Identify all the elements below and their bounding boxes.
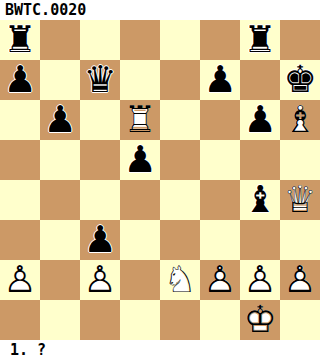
square-a2[interactable]: ♟♙: [0, 260, 40, 300]
square-c7[interactable]: ♛: [80, 60, 120, 100]
square-c2[interactable]: ♟♙: [80, 260, 120, 300]
square-a8[interactable]: ♜: [0, 20, 40, 60]
square-c5[interactable]: [80, 140, 120, 180]
square-d7[interactable]: [120, 60, 160, 100]
square-c4[interactable]: [80, 180, 120, 220]
square-f2[interactable]: ♟♙: [200, 260, 240, 300]
square-e1[interactable]: [160, 300, 200, 340]
square-f8[interactable]: [200, 20, 240, 60]
square-h6[interactable]: ♝♗: [280, 100, 320, 140]
square-f5[interactable]: [200, 140, 240, 180]
black-pawn-icon[interactable]: ♟: [240, 100, 280, 140]
square-f7[interactable]: ♟: [200, 60, 240, 100]
square-b1[interactable]: [40, 300, 80, 340]
square-h1[interactable]: [280, 300, 320, 340]
square-d2[interactable]: [120, 260, 160, 300]
white-pawn-icon[interactable]: ♟♙: [0, 260, 40, 300]
square-b2[interactable]: [40, 260, 80, 300]
square-g8[interactable]: ♜: [240, 20, 280, 60]
square-b7[interactable]: [40, 60, 80, 100]
white-rook-icon[interactable]: ♜♖: [120, 100, 160, 140]
square-h7[interactable]: ♚: [280, 60, 320, 100]
square-b3[interactable]: [40, 220, 80, 260]
white-queen-icon[interactable]: ♛♕: [280, 180, 320, 220]
black-queen-icon[interactable]: ♛: [80, 60, 120, 100]
square-d3[interactable]: [120, 220, 160, 260]
black-rook-icon[interactable]: ♜: [0, 20, 40, 60]
square-e3[interactable]: [160, 220, 200, 260]
white-king-icon[interactable]: ♚♔: [240, 300, 280, 340]
white-pawn-icon[interactable]: ♟♙: [80, 260, 120, 300]
square-c1[interactable]: [80, 300, 120, 340]
square-e8[interactable]: [160, 20, 200, 60]
diagram-title: BWTC.0020: [0, 0, 320, 20]
square-a4[interactable]: [0, 180, 40, 220]
square-f6[interactable]: [200, 100, 240, 140]
square-g6[interactable]: ♟: [240, 100, 280, 140]
square-d4[interactable]: [120, 180, 160, 220]
square-b5[interactable]: [40, 140, 80, 180]
square-d6[interactable]: ♜♖: [120, 100, 160, 140]
square-a6[interactable]: [0, 100, 40, 140]
square-g4[interactable]: ♝: [240, 180, 280, 220]
chess-diagram-page: BWTC.0020 ♜♜♟♛♟♚♟♜♖♟♝♗♟♝♛♕♟♟♙♟♙♞♘♟♙♟♙♟♙♚…: [0, 0, 320, 360]
square-e2[interactable]: ♞♘: [160, 260, 200, 300]
square-e5[interactable]: [160, 140, 200, 180]
move-prompt: 1. ?: [0, 340, 320, 360]
square-e6[interactable]: [160, 100, 200, 140]
white-pawn-icon[interactable]: ♟♙: [240, 260, 280, 300]
square-d8[interactable]: [120, 20, 160, 60]
square-a7[interactable]: ♟: [0, 60, 40, 100]
black-bishop-icon[interactable]: ♝: [240, 180, 280, 220]
square-c6[interactable]: [80, 100, 120, 140]
square-g3[interactable]: [240, 220, 280, 260]
black-pawn-icon[interactable]: ♟: [80, 220, 120, 260]
black-pawn-icon[interactable]: ♟: [120, 140, 160, 180]
square-a1[interactable]: [0, 300, 40, 340]
square-h8[interactable]: [280, 20, 320, 60]
square-h3[interactable]: [280, 220, 320, 260]
black-king-icon[interactable]: ♚: [280, 60, 320, 100]
square-c8[interactable]: [80, 20, 120, 60]
black-rook-icon[interactable]: ♜: [240, 20, 280, 60]
square-h4[interactable]: ♛♕: [280, 180, 320, 220]
square-f4[interactable]: [200, 180, 240, 220]
square-b4[interactable]: [40, 180, 80, 220]
black-pawn-icon[interactable]: ♟: [40, 100, 80, 140]
square-d5[interactable]: ♟: [120, 140, 160, 180]
square-e4[interactable]: [160, 180, 200, 220]
white-pawn-icon[interactable]: ♟♙: [200, 260, 240, 300]
square-g1[interactable]: ♚♔: [240, 300, 280, 340]
square-b8[interactable]: [40, 20, 80, 60]
square-f3[interactable]: [200, 220, 240, 260]
square-a3[interactable]: [0, 220, 40, 260]
white-pawn-icon[interactable]: ♟♙: [280, 260, 320, 300]
white-knight-icon[interactable]: ♞♘: [160, 260, 200, 300]
black-pawn-icon[interactable]: ♟: [200, 60, 240, 100]
square-a5[interactable]: [0, 140, 40, 180]
square-h5[interactable]: [280, 140, 320, 180]
white-bishop-icon[interactable]: ♝♗: [280, 100, 320, 140]
square-c3[interactable]: ♟: [80, 220, 120, 260]
square-g2[interactable]: ♟♙: [240, 260, 280, 300]
chess-board: ♜♜♟♛♟♚♟♜♖♟♝♗♟♝♛♕♟♟♙♟♙♞♘♟♙♟♙♟♙♚♔: [0, 20, 320, 340]
square-h2[interactable]: ♟♙: [280, 260, 320, 300]
square-b6[interactable]: ♟: [40, 100, 80, 140]
square-f1[interactable]: [200, 300, 240, 340]
square-d1[interactable]: [120, 300, 160, 340]
black-pawn-icon[interactable]: ♟: [0, 60, 40, 100]
square-e7[interactable]: [160, 60, 200, 100]
square-g7[interactable]: [240, 60, 280, 100]
square-g5[interactable]: [240, 140, 280, 180]
